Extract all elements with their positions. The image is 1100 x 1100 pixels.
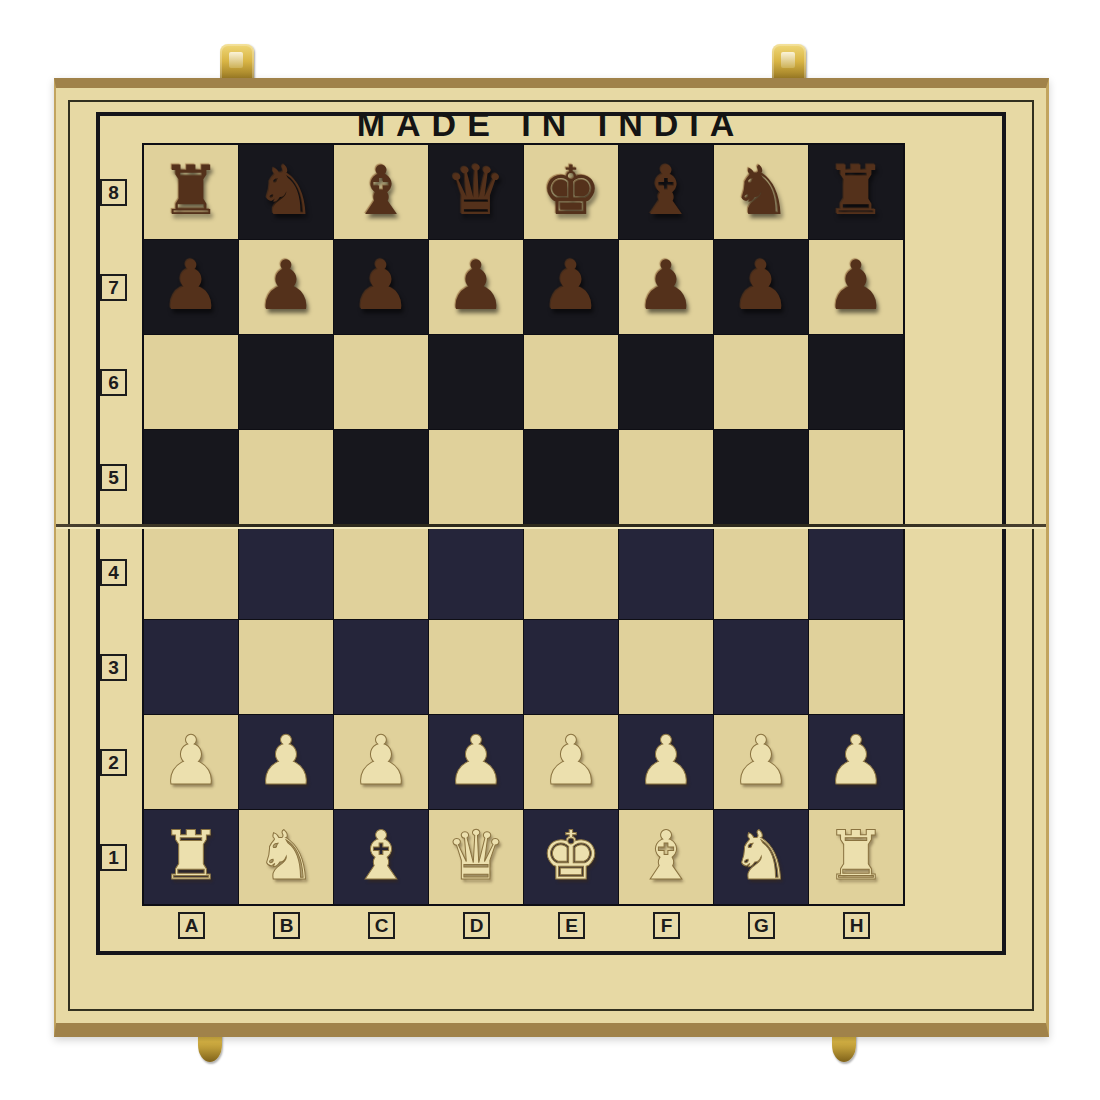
square-c1: ♝ [334,810,428,904]
square-b4 [239,525,333,619]
square-d8: ♛ [429,145,523,239]
piece-black-bishop-f8: ♝ [619,145,713,239]
square-g7: ♟ [714,240,808,334]
square-g5 [714,430,808,524]
rank-label-6: 6 [100,369,127,396]
square-e5 [524,430,618,524]
piece-black-queen-d8: ♛ [429,145,523,239]
piece-white-pawn-b2: ♟ [239,715,333,809]
photo-stage: MADE IN INDIA ♜♞♝♛♚♝♞♜♟♟♟♟♟♟♟♟♟♟♟♟♟♟♟♟♜♞… [0,0,1100,1100]
rank-label-8: 8 [100,179,127,206]
square-e8: ♚ [524,145,618,239]
square-d4 [429,525,523,619]
square-a1: ♜ [144,810,238,904]
brass-hinge-right [772,44,806,82]
piece-white-pawn-e2: ♟ [524,715,618,809]
piece-white-pawn-a2: ♟ [144,715,238,809]
square-a5 [144,430,238,524]
rank-label-3: 3 [100,654,127,681]
file-label-c: C [368,912,395,939]
square-g1: ♞ [714,810,808,904]
square-a3 [144,620,238,714]
square-f4 [619,525,713,619]
piece-black-pawn-f7: ♟ [619,240,713,334]
square-c5 [334,430,428,524]
square-f7: ♟ [619,240,713,334]
square-h4 [809,525,903,619]
square-d6 [429,335,523,429]
file-label-d: D [463,912,490,939]
square-b1: ♞ [239,810,333,904]
square-h6 [809,335,903,429]
square-b3 [239,620,333,714]
square-f8: ♝ [619,145,713,239]
piece-white-pawn-h2: ♟ [809,715,903,809]
file-label-e: E [558,912,585,939]
square-a4 [144,525,238,619]
square-b5 [239,430,333,524]
piece-black-pawn-g7: ♟ [714,240,808,334]
square-h7: ♟ [809,240,903,334]
piece-white-knight-b1: ♞ [239,810,333,904]
rank-label-2: 2 [100,749,127,776]
file-label-b: B [273,912,300,939]
chess-board-box: MADE IN INDIA ♜♞♝♛♚♝♞♜♟♟♟♟♟♟♟♟♟♟♟♟♟♟♟♟♜♞… [54,78,1049,1037]
square-c7: ♟ [334,240,428,334]
square-h3 [809,620,903,714]
square-h5 [809,430,903,524]
file-label-a: A [178,912,205,939]
square-e4 [524,525,618,619]
square-f2: ♟ [619,715,713,809]
square-h8: ♜ [809,145,903,239]
square-b6 [239,335,333,429]
square-b2: ♟ [239,715,333,809]
piece-black-pawn-e7: ♟ [524,240,618,334]
square-b7: ♟ [239,240,333,334]
file-label-f: F [653,912,680,939]
square-h2: ♟ [809,715,903,809]
piece-black-pawn-b7: ♟ [239,240,333,334]
square-c2: ♟ [334,715,428,809]
piece-white-bishop-c1: ♝ [334,810,428,904]
piece-white-rook-a1: ♜ [144,810,238,904]
brass-hinge-left [220,44,254,82]
square-d1: ♛ [429,810,523,904]
piece-black-rook-a8: ♜ [144,145,238,239]
square-g4 [714,525,808,619]
piece-black-rook-h8: ♜ [809,145,903,239]
piece-black-pawn-h7: ♟ [809,240,903,334]
square-d2: ♟ [429,715,523,809]
piece-white-queen-d1: ♛ [429,810,523,904]
square-c4 [334,525,428,619]
piece-black-pawn-c7: ♟ [334,240,428,334]
rank-label-4: 4 [100,559,127,586]
square-f1: ♝ [619,810,713,904]
square-f3 [619,620,713,714]
square-a2: ♟ [144,715,238,809]
square-e3 [524,620,618,714]
square-c6 [334,335,428,429]
file-label-g: G [748,912,775,939]
rank-label-5: 5 [100,464,127,491]
square-g3 [714,620,808,714]
piece-black-knight-b8: ♞ [239,145,333,239]
square-g8: ♞ [714,145,808,239]
piece-white-rook-h1: ♜ [809,810,903,904]
square-f6 [619,335,713,429]
piece-white-bishop-f1: ♝ [619,810,713,904]
square-a8: ♜ [144,145,238,239]
rank-label-1: 1 [100,844,127,871]
square-a7: ♟ [144,240,238,334]
piece-white-pawn-f2: ♟ [619,715,713,809]
piece-black-pawn-d7: ♟ [429,240,523,334]
piece-black-knight-g8: ♞ [714,145,808,239]
square-g6 [714,335,808,429]
piece-black-king-e8: ♚ [524,145,618,239]
square-e2: ♟ [524,715,618,809]
piece-black-pawn-a7: ♟ [144,240,238,334]
square-c8: ♝ [334,145,428,239]
square-d7: ♟ [429,240,523,334]
piece-white-pawn-g2: ♟ [714,715,808,809]
piece-black-bishop-c8: ♝ [334,145,428,239]
made-in-india-text: MADE IN INDIA [56,105,1046,144]
piece-white-pawn-d2: ♟ [429,715,523,809]
square-d5 [429,430,523,524]
square-e1: ♚ [524,810,618,904]
square-e7: ♟ [524,240,618,334]
piece-white-king-e1: ♚ [524,810,618,904]
rank-label-7: 7 [100,274,127,301]
square-g2: ♟ [714,715,808,809]
file-label-h: H [843,912,870,939]
piece-white-pawn-c2: ♟ [334,715,428,809]
piece-white-knight-g1: ♞ [714,810,808,904]
square-b8: ♞ [239,145,333,239]
fold-seam-highlight [56,527,1046,529]
square-e6 [524,335,618,429]
square-d3 [429,620,523,714]
square-a6 [144,335,238,429]
square-c3 [334,620,428,714]
square-h1: ♜ [809,810,903,904]
square-f5 [619,430,713,524]
